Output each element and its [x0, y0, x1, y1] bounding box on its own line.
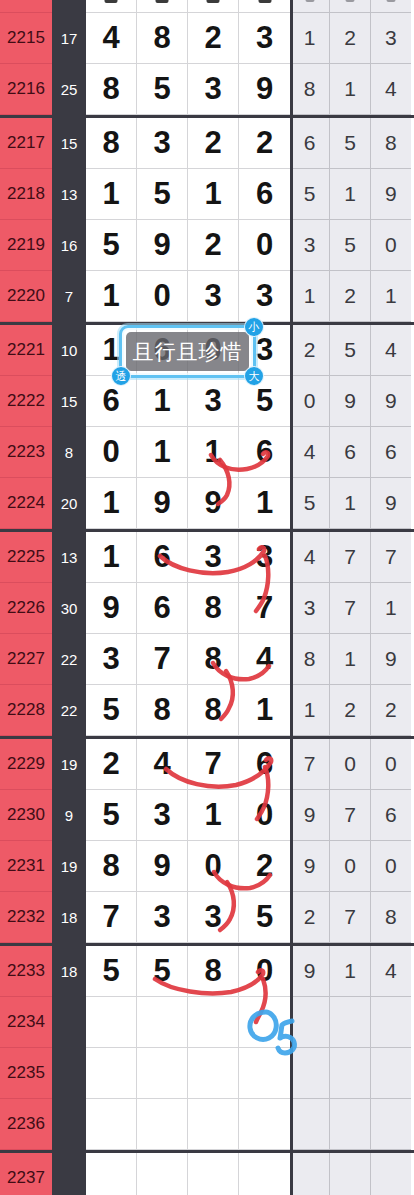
- main-digit-cell-value: 3: [256, 20, 273, 56]
- main-digit-cell: 6: [137, 583, 188, 634]
- period-cell: 2220: [0, 271, 52, 322]
- tail-digit-cell-value: 3: [304, 233, 316, 257]
- main-digit-cell-value: 9: [153, 485, 170, 521]
- tail-digit-cell: 8: [371, 118, 411, 169]
- tail-digit-cell: 5: [290, 478, 330, 529]
- tail-digit-cell-value: 7: [344, 905, 356, 929]
- sum-cell-value: 7: [65, 288, 73, 305]
- main-digit-cell: [188, 1048, 239, 1099]
- watermark-handle-larger[interactable]: 大: [244, 366, 264, 386]
- tail-digit-cell: 7: [330, 892, 370, 943]
- main-digit-cell-value: 6: [153, 539, 170, 575]
- main-digit-cell-value: 0: [256, 953, 273, 989]
- tail-digit-cell: 6: [371, 427, 411, 478]
- tail-digit-cell: [371, 0, 411, 13]
- sum-cell: [52, 1099, 86, 1150]
- main-digit-cell: 3: [188, 892, 239, 943]
- table-row: 2233185580914: [0, 946, 414, 997]
- watermark-text[interactable]: 且行且珍惜: [126, 332, 249, 371]
- tail-digit-cell: 9: [290, 790, 330, 841]
- period-cell: 2216: [0, 64, 52, 115]
- period-cell-value: 2221: [7, 340, 45, 360]
- main-digit-cell: 1: [86, 169, 137, 220]
- watermark-selection-box[interactable]: 且行且珍惜 小 透 大: [119, 325, 256, 378]
- sum-cell: [52, 0, 86, 13]
- main-digit-cell-value: 1: [102, 176, 119, 212]
- main-digit-cell: 0: [137, 271, 188, 322]
- sum-cell: 8: [52, 427, 86, 478]
- tail-digit-cell-value: 1: [344, 182, 356, 206]
- tail-digit-cell: 0: [371, 220, 411, 271]
- sum-cell-value: 18: [61, 963, 78, 980]
- period-cell: 2234: [0, 997, 52, 1048]
- main-digit-cell-value: 5: [102, 227, 119, 263]
- tail-digit-cell: 7: [290, 739, 330, 790]
- tail-digit-cell-value: 7: [385, 545, 397, 569]
- tail-digit-cell: 2: [371, 685, 411, 736]
- tail-digit-cell: 2: [330, 13, 370, 64]
- main-digit-cell: 8: [188, 583, 239, 634]
- main-digit-cell: 8: [188, 946, 239, 997]
- main-digit-cell-value: 9: [204, 485, 221, 521]
- main-digit-cell-value: 8: [204, 953, 221, 989]
- main-digit-cell-value: 3: [256, 278, 273, 314]
- main-digit-cell: 5: [86, 685, 137, 736]
- main-digit-cell: 3: [239, 271, 290, 322]
- main-digit-cell-value: 2: [102, 746, 119, 782]
- period-cell: [0, 0, 52, 13]
- main-digit-cell: [86, 997, 137, 1048]
- main-digit-cell-value: 1: [204, 797, 221, 833]
- main-digit-cell: [86, 1153, 137, 1195]
- main-digit-cell: 4: [137, 739, 188, 790]
- main-digit-cell: 9: [239, 64, 290, 115]
- period-cell: 2222: [0, 376, 52, 427]
- main-digit-cell-value: 3: [153, 797, 170, 833]
- table-row: 2228225881122: [0, 685, 414, 736]
- table-row: 2235: [0, 1048, 414, 1099]
- main-digit-cell-value: 8: [204, 692, 221, 728]
- period-cell: 2232: [0, 892, 52, 943]
- tail-digit-cell-value: 9: [385, 491, 397, 515]
- main-digit-cell: 3: [137, 118, 188, 169]
- tail-digit-cell-value: 2: [344, 698, 356, 722]
- tail-digit-cell: 1: [330, 478, 370, 529]
- main-digit-cell: 0: [188, 841, 239, 892]
- sum-cell-value: 25: [61, 81, 78, 98]
- table-row: 2234: [0, 997, 414, 1048]
- main-digit-cell: 8: [137, 685, 188, 736]
- main-digit-cell-value: 8: [153, 20, 170, 56]
- table-row: [0, 0, 414, 13]
- main-digit-cell: 7: [239, 583, 290, 634]
- main-digit-cell-value: 6: [102, 383, 119, 419]
- main-digit-cell: 0: [239, 946, 290, 997]
- tail-digit-cell-value: 9: [385, 389, 397, 413]
- main-digit-cell-value: 5: [153, 71, 170, 107]
- lottery-trend-table: 2215174823123221625853981422171583226582…: [0, 0, 414, 1195]
- watermark-handle-smaller[interactable]: 小: [244, 317, 264, 337]
- main-digit-cell: 4: [86, 13, 137, 64]
- tail-digit-cell-value: 7: [344, 545, 356, 569]
- sum-cell-value: 20: [61, 495, 78, 512]
- tail-digit-cell: 8: [290, 64, 330, 115]
- tail-digit-cell-value: 4: [304, 545, 316, 569]
- sum-cell-value: 30: [61, 600, 78, 617]
- main-digit-cell: 2: [86, 739, 137, 790]
- sum-cell-value: 19: [61, 756, 78, 773]
- main-digit-cell-value: 3: [204, 383, 221, 419]
- tail-digit-cell: 0: [371, 739, 411, 790]
- sum-cell: [52, 1048, 86, 1099]
- main-digit-cell: 5: [86, 220, 137, 271]
- main-digit-cell: 1: [137, 376, 188, 427]
- sum-cell: 15: [52, 118, 86, 169]
- main-digit-cell: 0: [239, 790, 290, 841]
- main-digit-cell: 5: [137, 169, 188, 220]
- main-digit-cell-value: 1: [102, 332, 119, 368]
- main-digit-cell: 1: [239, 685, 290, 736]
- tail-digit-cell: 9: [371, 376, 411, 427]
- main-digit-cell-value: 3: [204, 539, 221, 575]
- tail-digit-cell: 2: [290, 892, 330, 943]
- main-digit-cell: [137, 997, 188, 1048]
- period-cell: 2218: [0, 169, 52, 220]
- table-row: 2216258539814: [0, 64, 414, 115]
- main-digit-cell-value: 0: [256, 227, 273, 263]
- tail-digit-cell-value: 1: [344, 491, 356, 515]
- tail-digit-cell: [330, 1048, 370, 1099]
- main-digit-cell-value: 9: [256, 71, 273, 107]
- period-cell: 2235: [0, 1048, 52, 1099]
- main-digit-cell: 0: [239, 220, 290, 271]
- table-row: 2217158322658: [0, 118, 414, 169]
- main-digit-cell-value: 0: [204, 848, 221, 884]
- period-cell-value: 2219: [7, 235, 45, 255]
- main-digit-cell-value: 5: [102, 797, 119, 833]
- main-digit-cell: 3: [188, 271, 239, 322]
- main-digit-cell: [137, 0, 188, 13]
- main-digit-cell: 1: [86, 478, 137, 529]
- main-digit-cell: 1: [188, 427, 239, 478]
- sum-cell: 19: [52, 739, 86, 790]
- main-digit-cell-value: 6: [153, 590, 170, 626]
- period-cell-value: 2234: [7, 1012, 45, 1032]
- tail-digit-cell-value: 3: [304, 596, 316, 620]
- main-digit-cell: 7: [137, 634, 188, 685]
- main-digit-cell: 9: [137, 478, 188, 529]
- tail-digit-cell: 0: [371, 841, 411, 892]
- main-digit-cell: 7: [86, 892, 137, 943]
- sum-cell-value: 13: [61, 549, 78, 566]
- period-cell-value: 2228: [7, 700, 45, 720]
- main-digit-cell: 8: [188, 685, 239, 736]
- main-digit-cell-value: 3: [153, 899, 170, 935]
- tail-digit-cell-value: 9: [385, 647, 397, 671]
- table-row: 2218131516519: [0, 169, 414, 220]
- table-row: 2219165920350: [0, 220, 414, 271]
- main-digit-cell-value: 9: [153, 227, 170, 263]
- main-digit-cell: [239, 1048, 290, 1099]
- tail-digit-cell: [290, 997, 330, 1048]
- period-cell-value: 2220: [7, 286, 45, 306]
- tail-digit-cell: 1: [330, 64, 370, 115]
- main-digit-cell-value: 3: [256, 332, 273, 368]
- main-digit-cell-value: 9: [102, 590, 119, 626]
- main-digit-cell: 8: [188, 634, 239, 685]
- main-digit-cell-value: 3: [204, 278, 221, 314]
- main-digit-cell: [188, 0, 239, 13]
- main-digit-cell-value: 5: [256, 899, 273, 935]
- tail-digit-cell: 9: [371, 478, 411, 529]
- tail-digit-cell: [290, 1048, 330, 1099]
- period-cell-value: 2233: [7, 961, 45, 981]
- tail-digit-cell-value: 5: [344, 131, 356, 155]
- main-digit-cell-value: 5: [102, 692, 119, 728]
- period-cell: 2224: [0, 478, 52, 529]
- main-digit-cell-value: 0: [102, 434, 119, 470]
- tail-digit-cell-value: 4: [304, 440, 316, 464]
- main-digit-cell-value: 3: [204, 899, 221, 935]
- section-divider: [290, 0, 293, 1195]
- tail-digit-cell-value: 1: [344, 959, 356, 983]
- main-digit-cell: 6: [239, 169, 290, 220]
- sum-cell-value: 22: [61, 702, 78, 719]
- period-cell-value: 2225: [7, 547, 45, 567]
- tail-digit-cell-value: 7: [304, 752, 316, 776]
- period-cell: 2229: [0, 739, 52, 790]
- main-digit-cell-value: 7: [256, 590, 273, 626]
- tail-digit-cell: 1: [371, 271, 411, 322]
- main-digit-cell: 2: [188, 220, 239, 271]
- main-digit-cell: 6: [239, 427, 290, 478]
- tail-digit-cell: [290, 1099, 330, 1150]
- period-cell-value: 2226: [7, 598, 45, 618]
- main-digit-cell-value: 1: [153, 383, 170, 419]
- watermark-handle-transparency[interactable]: 透: [111, 366, 131, 386]
- main-digit-cell-value: 0: [153, 278, 170, 314]
- main-digit-cell: [239, 997, 290, 1048]
- tail-digit-cell: 9: [371, 634, 411, 685]
- sum-cell: 13: [52, 169, 86, 220]
- table-row: 223095310976: [0, 790, 414, 841]
- period-cell: 2225: [0, 532, 52, 583]
- tail-digit-cell: 4: [371, 946, 411, 997]
- sum-cell-value: 16: [61, 237, 78, 254]
- sum-cell-value: 9: [65, 807, 73, 824]
- main-digit-cell: 3: [188, 532, 239, 583]
- period-cell-value: 2236: [7, 1114, 45, 1134]
- tail-digit-cell-value: 7: [344, 803, 356, 827]
- period-cell-value: 2218: [7, 184, 45, 204]
- main-digit-cell: [137, 1048, 188, 1099]
- tail-digit-cell: 1: [290, 13, 330, 64]
- tail-digit-cell: 2: [330, 271, 370, 322]
- tail-digit-cell: [290, 0, 330, 13]
- sum-cell-value: 8: [65, 444, 73, 461]
- main-digit-cell-value: 1: [102, 485, 119, 521]
- period-cell: 2236: [0, 1099, 52, 1150]
- tail-digit-cell: 7: [330, 790, 370, 841]
- tail-digit-cell-value: 1: [385, 284, 397, 308]
- main-digit-cell-value: 3: [204, 71, 221, 107]
- main-digit-cell-value: 2: [204, 227, 221, 263]
- main-digit-cell-value: 9: [153, 848, 170, 884]
- tail-digit-cell-value: 8: [385, 905, 397, 929]
- sum-cell: 9: [52, 790, 86, 841]
- sum-cell: 15: [52, 376, 86, 427]
- tail-digit-cell: 7: [330, 583, 370, 634]
- main-digit-cell: 3: [188, 64, 239, 115]
- main-digit-cell: [188, 997, 239, 1048]
- main-digit-cell-value: 7: [153, 641, 170, 677]
- period-cell-value: 2215: [7, 28, 45, 48]
- tail-digit-cell: 9: [290, 946, 330, 997]
- tail-digit-cell: [330, 1153, 370, 1195]
- period-cell-value: 2223: [7, 442, 45, 462]
- tail-digit-cell-value: 6: [304, 131, 316, 155]
- table-row: 2225131633477: [0, 532, 414, 583]
- table-row: 2237: [0, 1153, 414, 1195]
- main-digit-cell: [188, 1153, 239, 1195]
- tail-digit-cell: 7: [371, 532, 411, 583]
- tail-digit-cell: 5: [290, 169, 330, 220]
- main-digit-cell: 6: [239, 739, 290, 790]
- main-digit-cell: [137, 1153, 188, 1195]
- main-digit-cell: 1: [239, 478, 290, 529]
- period-cell-value: 2237: [7, 1168, 45, 1188]
- tail-digit-cell-value: 9: [304, 854, 316, 878]
- main-digit-cell: 2: [239, 841, 290, 892]
- main-digit-cell-value: 8: [153, 692, 170, 728]
- main-digit-cell-value: 6: [256, 746, 273, 782]
- sum-cell: [52, 997, 86, 1048]
- period-cell-value: 2229: [7, 754, 45, 774]
- main-digit-cell-value: 4: [102, 20, 119, 56]
- main-digit-cell: 1: [188, 169, 239, 220]
- main-digit-cell: [239, 0, 290, 13]
- tail-digit-cell: 1: [290, 685, 330, 736]
- tail-digit-cell: 6: [290, 118, 330, 169]
- table-row: 2215174823123: [0, 13, 414, 64]
- period-cell-value: 2227: [7, 649, 45, 669]
- main-digit-cell-value: 7: [102, 899, 119, 935]
- tail-digit-cell-value: 1: [344, 647, 356, 671]
- tail-digit-cell-value: 7: [344, 596, 356, 620]
- main-digit-cell-value: 8: [204, 590, 221, 626]
- tail-digit-cell: 2: [290, 325, 330, 376]
- tail-digit-cell: 7: [330, 532, 370, 583]
- tail-digit-cell: 1: [330, 946, 370, 997]
- tail-digit-cell-value: 2: [344, 284, 356, 308]
- tail-digit-cell: [330, 997, 370, 1048]
- main-digit-cell-value: 8: [102, 125, 119, 161]
- main-digit-cell-value: 5: [153, 176, 170, 212]
- sum-cell-value: 10: [61, 342, 78, 359]
- main-digit-cell-value: 5: [153, 953, 170, 989]
- period-cell: 2221: [0, 325, 52, 376]
- main-digit-cell: 2: [188, 13, 239, 64]
- main-digit-cell: 5: [137, 64, 188, 115]
- main-digit-cell: 3: [239, 532, 290, 583]
- sum-cell: 18: [52, 946, 86, 997]
- main-digit-cell: 9: [86, 583, 137, 634]
- main-digit-cell: 5: [86, 790, 137, 841]
- main-digit-cell: 6: [137, 532, 188, 583]
- main-digit-cell: [239, 1153, 290, 1195]
- main-digit-cell-value: 4: [256, 641, 273, 677]
- main-digit-cell-value: 1: [204, 176, 221, 212]
- tail-digit-cell-value: 2: [304, 338, 316, 362]
- tail-digit-cell-value: 8: [304, 647, 316, 671]
- main-digit-cell: 8: [86, 118, 137, 169]
- tail-digit-cell-value: 0: [385, 752, 397, 776]
- main-digit-cell-value: 2: [204, 125, 221, 161]
- tail-digit-cell: 4: [290, 427, 330, 478]
- tail-digit-cell: 8: [371, 892, 411, 943]
- table-row: 222380116466: [0, 427, 414, 478]
- main-digit-cell-value: 5: [256, 383, 273, 419]
- tail-digit-cell-value: 2: [344, 26, 356, 50]
- tail-digit-cell-value: 2: [385, 698, 397, 722]
- main-digit-cell-value: 1: [256, 485, 273, 521]
- main-digit-cell-value: 1: [102, 278, 119, 314]
- main-digit-cell: 9: [188, 478, 239, 529]
- tail-digit-cell-value: 3: [385, 26, 397, 50]
- main-digit-cell-value: 8: [204, 641, 221, 677]
- main-digit-cell: [137, 1099, 188, 1150]
- table-row: 2222156135099: [0, 376, 414, 427]
- sum-cell: 19: [52, 841, 86, 892]
- tail-digit-cell: [371, 1048, 411, 1099]
- tail-digit-cell: 0: [330, 739, 370, 790]
- tail-digit-cell-value: 0: [385, 233, 397, 257]
- tail-digit-cell-value: 1: [304, 26, 316, 50]
- main-digit-cell: 8: [137, 13, 188, 64]
- main-digit-cell-value: 5: [102, 953, 119, 989]
- sum-cell: 18: [52, 892, 86, 943]
- main-digit-cell: 6: [86, 376, 137, 427]
- main-digit-cell: 1: [86, 271, 137, 322]
- period-cell-value: 2217: [7, 133, 45, 153]
- tail-digit-cell-value: 9: [385, 182, 397, 206]
- tail-digit-cell: [330, 1099, 370, 1150]
- tail-digit-cell: 4: [371, 64, 411, 115]
- sum-cell: 16: [52, 220, 86, 271]
- tail-digit-cell: [371, 997, 411, 1048]
- period-cell: 2237: [0, 1153, 52, 1195]
- sum-cell: [52, 1153, 86, 1195]
- tail-digit-cell: 9: [371, 169, 411, 220]
- tail-digit-cell-value: 5: [344, 338, 356, 362]
- tail-digit-cell: 1: [330, 634, 370, 685]
- main-digit-cell: 3: [86, 634, 137, 685]
- tail-digit-cell: 4: [371, 325, 411, 376]
- tail-digit-cell: 0: [290, 376, 330, 427]
- main-digit-cell-value: 3: [102, 641, 119, 677]
- table-row: 2231198902900: [0, 841, 414, 892]
- period-cell: 2230: [0, 790, 52, 841]
- main-digit-cell-value: 6: [256, 434, 273, 470]
- table-row: 2232187335278: [0, 892, 414, 943]
- tail-digit-cell: 2: [330, 685, 370, 736]
- period-cell: 2219: [0, 220, 52, 271]
- main-digit-cell: 1: [188, 790, 239, 841]
- tail-digit-cell: 5: [330, 118, 370, 169]
- period-cell-value: 2235: [7, 1063, 45, 1083]
- tail-digit-cell: 6: [330, 427, 370, 478]
- main-digit-cell: 9: [137, 220, 188, 271]
